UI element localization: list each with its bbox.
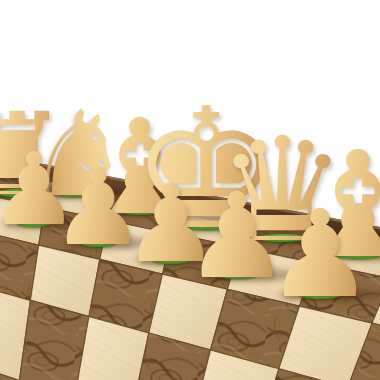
chess-set-photo: ♜♞♝♟♚♛♟♝♟♟♟ [0, 0, 380, 380]
chess-board [0, 0, 380, 380]
